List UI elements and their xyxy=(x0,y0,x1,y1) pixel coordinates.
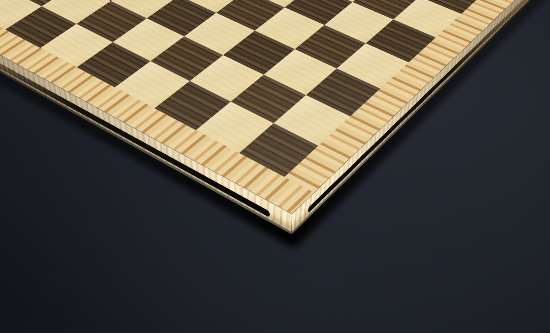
chessboard-photo-scene xyxy=(0,0,550,333)
